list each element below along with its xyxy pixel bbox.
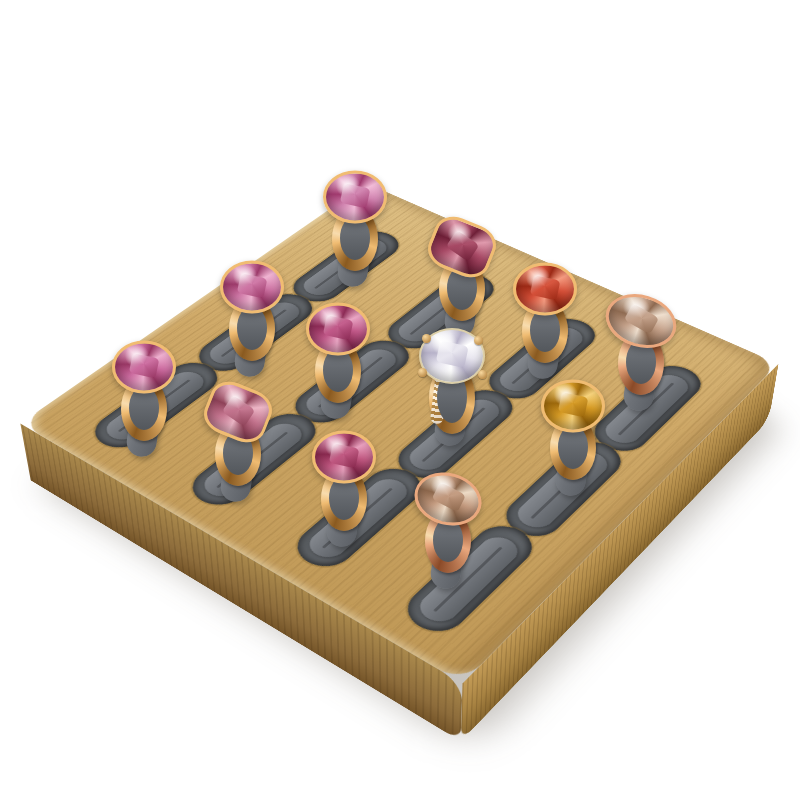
gem-stone (513, 263, 577, 316)
gem-stone (422, 210, 501, 283)
gem-stone (599, 286, 683, 357)
ring-r1c1-pink-round (305, 167, 405, 299)
ring-r3c1-pink-round (94, 337, 194, 469)
ring-r3c4-champagne-oval (398, 469, 498, 601)
gem-stone (198, 375, 277, 448)
ring-r3c2-light-rose-cushion (188, 382, 288, 514)
prong (418, 368, 427, 377)
ring-r2c4-yellow-round (523, 376, 623, 508)
prong (478, 370, 487, 379)
gem-stone (306, 303, 370, 356)
prong (474, 336, 483, 345)
product-photo-scene (0, 0, 800, 800)
gem-stone (323, 171, 387, 224)
gem-stone (220, 261, 284, 314)
ring-r2c1-pink-round (202, 257, 302, 389)
gem-stone (541, 380, 605, 433)
ring-r1c3-orange-round (495, 259, 595, 391)
ring-r2c2-rose-round (288, 299, 388, 431)
ring-r3c3-rose-round (294, 427, 394, 559)
prong (422, 334, 431, 343)
ring-r2c3-clear-solitaire (402, 326, 502, 458)
gem-stone (312, 431, 376, 484)
gem-stone (112, 341, 176, 394)
gem-stone (408, 465, 487, 533)
